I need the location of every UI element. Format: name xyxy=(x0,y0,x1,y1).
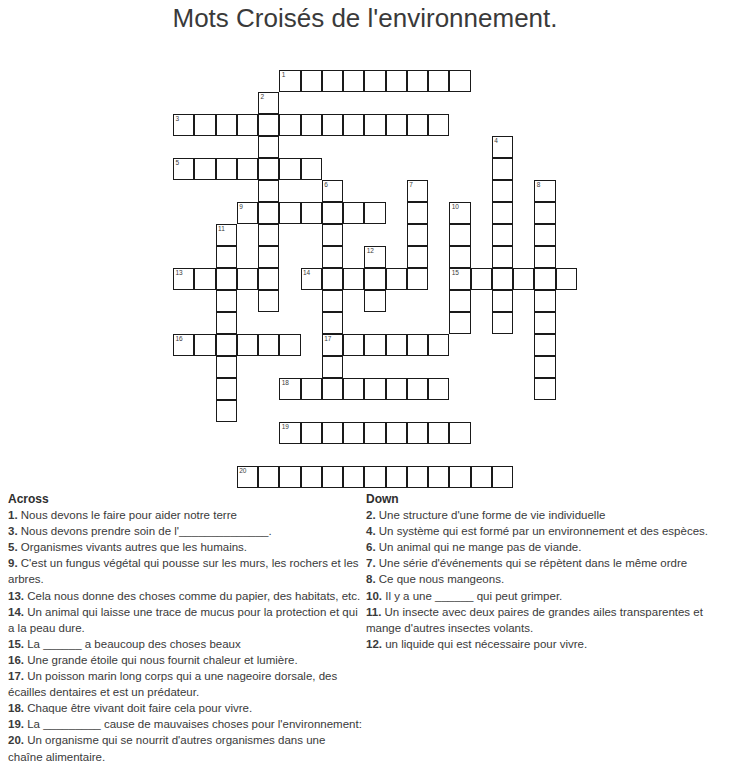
clue-number: 12. xyxy=(366,638,382,650)
grid-cell[interactable] xyxy=(343,334,364,356)
clue-text: Nous devons le faire pour aider notre te… xyxy=(18,509,237,521)
clue-number: 19. xyxy=(8,718,24,730)
grid-cell[interactable] xyxy=(216,334,237,356)
cell-number: 2 xyxy=(261,93,265,101)
grid-cell[interactable] xyxy=(471,466,492,488)
clue-number: 9. xyxy=(8,557,18,569)
clue-item: 11. Un insecte avec deux paires de grand… xyxy=(366,604,722,636)
grid-cell[interactable] xyxy=(428,334,449,356)
clue-item: 9. C'est un fungus végétal qui pousse su… xyxy=(8,555,362,587)
clue-number: 2. xyxy=(366,509,376,521)
grid-cell[interactable] xyxy=(279,466,300,488)
clue-text: Un organisme qui se nourrit d'autres org… xyxy=(8,734,325,762)
grid-cell[interactable] xyxy=(322,114,343,136)
grid-cell[interactable]: 14 xyxy=(301,268,322,290)
cell-number: 11 xyxy=(218,225,225,233)
grid-cell[interactable] xyxy=(449,466,470,488)
clue-text: Organismes vivants autres que les humain… xyxy=(18,541,247,553)
grid-cell[interactable] xyxy=(216,356,237,378)
grid-cell[interactable] xyxy=(534,334,555,356)
grid-cell[interactable] xyxy=(194,114,215,136)
crossword-grid: 1234567891011121314151617181920 xyxy=(173,70,578,489)
grid-cell[interactable] xyxy=(322,312,343,334)
clue-item: 17. Un poisson marin long corps qui a un… xyxy=(8,668,362,700)
cell-number: 18 xyxy=(282,379,289,387)
clue-text: Il y a une ______ qui peut grimper. xyxy=(382,590,562,602)
grid-cell[interactable]: 1 xyxy=(279,70,300,92)
cell-number: 10 xyxy=(452,203,459,211)
clue-item: 15. La ______ a beaucoup des choses beau… xyxy=(8,636,362,652)
across-header: Across xyxy=(8,491,362,507)
grid-cell[interactable] xyxy=(279,158,300,180)
grid-cell[interactable] xyxy=(364,290,385,312)
grid-cell[interactable] xyxy=(513,268,534,290)
grid-cell[interactable]: 5 xyxy=(173,158,194,180)
grid-cell[interactable]: 20 xyxy=(237,466,258,488)
grid-cell[interactable] xyxy=(322,70,343,92)
grid-cell[interactable] xyxy=(322,246,343,268)
grid-cell[interactable] xyxy=(237,334,258,356)
grid-cell[interactable] xyxy=(428,114,449,136)
grid-cell[interactable] xyxy=(216,290,237,312)
clue-number: 11. xyxy=(366,606,381,618)
grid-cell[interactable] xyxy=(534,202,555,224)
grid-cell[interactable]: 13 xyxy=(173,268,194,290)
clue-item: 20. Un organisme qui se nourrit d'autres… xyxy=(8,732,362,764)
clue-item: 10. Il y a une ______ qui peut grimper. xyxy=(366,588,722,604)
grid-cell[interactable] xyxy=(301,466,322,488)
cell-number: 15 xyxy=(452,269,459,277)
grid-cell[interactable] xyxy=(534,378,555,400)
grid-cell[interactable] xyxy=(343,268,364,290)
grid-cell[interactable] xyxy=(237,268,258,290)
grid-cell[interactable] xyxy=(492,180,513,202)
grid-cell[interactable] xyxy=(301,378,322,400)
clue-text: Un système qui est formé par un environn… xyxy=(376,525,708,537)
cell-number: 4 xyxy=(494,137,498,145)
grid-cell[interactable] xyxy=(258,268,279,290)
cell-number: 19 xyxy=(282,423,289,431)
grid-cell[interactable] xyxy=(428,422,449,444)
grid-cell[interactable] xyxy=(343,70,364,92)
cell-number: 12 xyxy=(367,247,374,255)
grid-cell[interactable]: 12 xyxy=(364,246,385,268)
clue-text: Un poisson marin long corps qui a une na… xyxy=(8,670,337,698)
grid-cell[interactable] xyxy=(258,334,279,356)
grid-cell[interactable] xyxy=(322,378,343,400)
grid-cell[interactable] xyxy=(386,422,407,444)
grid-cell[interactable] xyxy=(407,70,428,92)
grid-cell[interactable] xyxy=(449,224,470,246)
cell-number: 7 xyxy=(409,181,413,189)
clue-number: 13. xyxy=(8,590,24,602)
cell-number: 5 xyxy=(176,159,180,167)
clue-item: 13. Cela nous donne des choses comme du … xyxy=(8,588,362,604)
grid-cell[interactable] xyxy=(194,158,215,180)
grid-cell[interactable] xyxy=(216,400,237,422)
grid-cell[interactable] xyxy=(258,290,279,312)
crossword-worksheet: { "game": "crossword", "title": "Mots Cr… xyxy=(0,0,730,772)
grid-cell[interactable] xyxy=(322,422,343,444)
grid-cell[interactable]: 17 xyxy=(322,334,343,356)
grid-cell[interactable] xyxy=(492,158,513,180)
grid-cell[interactable] xyxy=(534,312,555,334)
down-clues-section: Down 2. Une structure d'une forme de vie… xyxy=(366,491,722,652)
clue-number: 20. xyxy=(8,734,24,746)
down-header: Down xyxy=(366,491,722,507)
clue-number: 5. xyxy=(8,541,18,553)
grid-cell[interactable] xyxy=(407,268,428,290)
grid-cell[interactable] xyxy=(216,114,237,136)
grid-cell[interactable]: 10 xyxy=(449,202,470,224)
grid-cell[interactable] xyxy=(364,114,385,136)
grid-cell[interactable] xyxy=(386,378,407,400)
clue-number: 6. xyxy=(366,541,376,553)
grid-cell[interactable] xyxy=(364,202,385,224)
clue-text: Cela nous donne des choses comme du papi… xyxy=(24,590,360,602)
grid-cell[interactable] xyxy=(216,312,237,334)
grid-cell[interactable] xyxy=(343,114,364,136)
grid-cell[interactable] xyxy=(386,466,407,488)
cell-number: 6 xyxy=(324,181,328,189)
clue-text: Une grande étoile qui nous fournit chale… xyxy=(24,654,298,666)
clue-number: 1. xyxy=(8,509,18,521)
grid-cell[interactable] xyxy=(258,466,279,488)
grid-cell[interactable] xyxy=(364,334,385,356)
clue-item: 12. un liquide qui est nécessaire pour v… xyxy=(366,636,722,652)
grid-cell[interactable] xyxy=(534,224,555,246)
grid-cell[interactable] xyxy=(322,356,343,378)
grid-cell[interactable] xyxy=(343,378,364,400)
clue-text: Un insecte avec deux paires de grandes a… xyxy=(366,606,703,634)
grid-cell[interactable] xyxy=(449,312,470,334)
clue-item: 4. Un système qui est formé par un envir… xyxy=(366,523,722,539)
grid-cell[interactable]: 3 xyxy=(173,114,194,136)
grid-cell[interactable] xyxy=(407,378,428,400)
grid-cell[interactable] xyxy=(322,202,343,224)
grid-cell[interactable]: 7 xyxy=(407,180,428,202)
grid-cell[interactable] xyxy=(258,202,279,224)
clue-number: 14. xyxy=(8,606,24,618)
grid-cell[interactable] xyxy=(428,70,449,92)
grid-cell[interactable]: 8 xyxy=(534,180,555,202)
grid-cell[interactable] xyxy=(258,158,279,180)
grid-cell[interactable] xyxy=(301,422,322,444)
grid-cell[interactable]: 4 xyxy=(492,136,513,158)
across-clues-section: Across 1. Nous devons le faire pour aide… xyxy=(8,491,362,765)
grid-cell[interactable] xyxy=(322,268,343,290)
clue-item: 6. Un animal qui ne mange pas de viande. xyxy=(366,539,722,555)
grid-cell[interactable] xyxy=(386,334,407,356)
grid-cell[interactable] xyxy=(322,290,343,312)
grid-cell[interactable] xyxy=(534,246,555,268)
grid-cell[interactable] xyxy=(492,202,513,224)
clue-text: La ______ a beaucoup des choses beaux xyxy=(24,638,241,650)
grid-cell[interactable] xyxy=(407,466,428,488)
grid-cell[interactable] xyxy=(428,466,449,488)
clue-number: 3. xyxy=(8,525,18,537)
grid-cell[interactable] xyxy=(258,246,279,268)
grid-cell[interactable] xyxy=(364,466,385,488)
grid-cell[interactable] xyxy=(343,422,364,444)
grid-cell[interactable] xyxy=(492,268,513,290)
grid-cell[interactable]: 11 xyxy=(216,224,237,246)
clue-number: 10. xyxy=(366,590,382,602)
cell-number: 3 xyxy=(176,115,180,123)
grid-cell[interactable] xyxy=(449,422,470,444)
grid-cell[interactable] xyxy=(216,378,237,400)
grid-cell[interactable] xyxy=(492,290,513,312)
clue-text: Un animal qui ne mange pas de viande. xyxy=(376,541,582,553)
grid-cell[interactable] xyxy=(386,268,407,290)
cell-number: 14 xyxy=(303,269,310,277)
clue-text: Un animal qui laisse une trace de mucus … xyxy=(8,606,358,634)
clue-number: 15. xyxy=(8,638,24,650)
clue-item: 19. La _________ cause de mauvaises chos… xyxy=(8,716,362,732)
cell-number: 17 xyxy=(324,335,331,343)
clue-item: 18. Chaque être vivant doit faire cela p… xyxy=(8,700,362,716)
grid-cell[interactable] xyxy=(279,114,300,136)
clue-text: Une série d'événements qui se répètent d… xyxy=(376,557,688,569)
grid-cell[interactable] xyxy=(322,224,343,246)
clue-text: Nous devons prendre soin de l'__________… xyxy=(18,525,272,537)
grid-cell[interactable] xyxy=(386,70,407,92)
clue-text: un liquide qui est nécessaire pour vivre… xyxy=(382,638,587,650)
cell-number: 9 xyxy=(239,203,243,211)
grid-cell[interactable] xyxy=(194,334,215,356)
clue-text: Chaque être vivant doit faire cela pour … xyxy=(24,702,252,714)
grid-cell[interactable] xyxy=(471,268,492,290)
grid-cell[interactable] xyxy=(534,356,555,378)
grid-cell[interactable] xyxy=(237,114,258,136)
across-clue-list: 1. Nous devons le faire pour aider notre… xyxy=(8,507,362,765)
grid-cell[interactable] xyxy=(449,246,470,268)
clue-item: 16. Une grande étoile qui nous fournit c… xyxy=(8,652,362,668)
grid-cell[interactable] xyxy=(322,466,343,488)
grid-cell[interactable]: 16 xyxy=(173,334,194,356)
cell-number: 8 xyxy=(537,181,541,189)
clue-number: 18. xyxy=(8,702,24,714)
grid-cell[interactable]: 9 xyxy=(237,202,258,224)
grid-cell[interactable]: 19 xyxy=(279,422,300,444)
clue-number: 8. xyxy=(366,573,376,585)
cell-number: 20 xyxy=(239,467,246,475)
grid-cell[interactable] xyxy=(216,158,237,180)
page-title: Mots Croisés de l'environnement. xyxy=(0,3,730,34)
grid-cell[interactable] xyxy=(343,202,364,224)
clue-number: 16. xyxy=(8,654,24,666)
grid-cell[interactable] xyxy=(258,180,279,202)
clue-text: La _________ cause de mauvaises choses p… xyxy=(24,718,362,730)
grid-cell[interactable] xyxy=(301,158,322,180)
grid-cell[interactable] xyxy=(407,422,428,444)
grid-cell[interactable]: 6 xyxy=(322,180,343,202)
grid-cell[interactable] xyxy=(258,224,279,246)
grid-cell[interactable] xyxy=(407,224,428,246)
clue-item: 5. Organismes vivants autres que les hum… xyxy=(8,539,362,555)
grid-cell[interactable] xyxy=(364,422,385,444)
grid-cell[interactable] xyxy=(343,466,364,488)
clue-item: 2. Une structure d'une forme de vie indi… xyxy=(366,507,722,523)
clue-text: Ce que nous mangeons. xyxy=(376,573,505,585)
grid-cell[interactable]: 18 xyxy=(279,378,300,400)
clue-item: 14. Un animal qui laisse une trace de mu… xyxy=(8,604,362,636)
grid-cell[interactable] xyxy=(258,114,279,136)
grid-cell[interactable] xyxy=(216,246,237,268)
grid-cell[interactable] xyxy=(237,158,258,180)
down-clue-list: 2. Une structure d'une forme de vie indi… xyxy=(366,507,722,652)
grid-cell[interactable] xyxy=(492,312,513,334)
clue-text: C'est un fungus végétal qui pousse sur l… xyxy=(8,557,359,585)
grid-cell[interactable] xyxy=(386,114,407,136)
cell-number: 13 xyxy=(176,269,183,277)
grid-cell[interactable]: 2 xyxy=(258,92,279,114)
grid-cell[interactable] xyxy=(364,70,385,92)
cell-number: 1 xyxy=(282,71,286,79)
grid-cell[interactable] xyxy=(301,70,322,92)
grid-cell[interactable] xyxy=(492,246,513,268)
grid-cell[interactable] xyxy=(492,224,513,246)
grid-cell[interactable] xyxy=(449,290,470,312)
grid-cell[interactable] xyxy=(428,378,449,400)
grid-cell[interactable] xyxy=(534,268,555,290)
grid-cell[interactable] xyxy=(556,268,577,290)
clue-item: 8. Ce que nous mangeons. xyxy=(366,571,722,587)
grid-cell[interactable] xyxy=(364,268,385,290)
grid-cell[interactable] xyxy=(407,334,428,356)
grid-cell[interactable] xyxy=(534,290,555,312)
grid-cell[interactable] xyxy=(301,202,322,224)
grid-cell[interactable] xyxy=(194,268,215,290)
grid-cell[interactable] xyxy=(407,114,428,136)
grid-cell[interactable] xyxy=(492,466,513,488)
grid-cell[interactable] xyxy=(216,268,237,290)
clue-item: 3. Nous devons prendre soin de l'_______… xyxy=(8,523,362,539)
clue-item: 7. Une série d'événements qui se répèten… xyxy=(366,555,722,571)
grid-cell[interactable] xyxy=(279,334,300,356)
grid-cell[interactable] xyxy=(407,246,428,268)
clue-number: 17. xyxy=(8,670,24,682)
clue-number: 7. xyxy=(366,557,376,569)
clue-number: 4. xyxy=(366,525,376,537)
clue-item: 1. Nous devons le faire pour aider notre… xyxy=(8,507,362,523)
grid-cell[interactable] xyxy=(407,202,428,224)
clue-text: Une structure d'une forme de vie individ… xyxy=(376,509,606,521)
grid-cell[interactable] xyxy=(301,114,322,136)
grid-cell[interactable] xyxy=(258,136,279,158)
cell-number: 16 xyxy=(176,335,183,343)
grid-cell[interactable] xyxy=(449,70,470,92)
grid-cell[interactable] xyxy=(279,202,300,224)
grid-cell[interactable] xyxy=(364,378,385,400)
grid-cell[interactable]: 15 xyxy=(449,268,470,290)
